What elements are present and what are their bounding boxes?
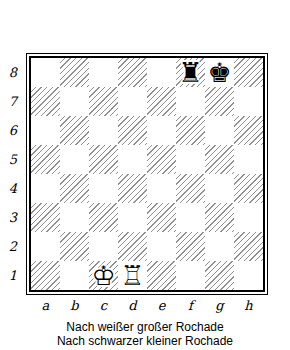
square-g4[interactable] — [205, 174, 234, 203]
square-f4[interactable] — [176, 174, 205, 203]
square-b2[interactable] — [60, 232, 89, 261]
square-b8[interactable] — [60, 58, 89, 87]
square-a2[interactable] — [31, 232, 60, 261]
rank-label-5: 5 — [0, 145, 26, 174]
square-c8[interactable] — [89, 58, 118, 87]
square-g6[interactable] — [205, 116, 234, 145]
square-d2[interactable] — [118, 232, 147, 261]
square-h5[interactable] — [234, 145, 263, 174]
square-f2[interactable] — [176, 232, 205, 261]
square-e8[interactable] — [147, 58, 176, 87]
board-inner-border: ♜♚♚♔♜♖ — [29, 56, 265, 292]
square-e1[interactable] — [147, 261, 176, 290]
square-a7[interactable] — [31, 87, 60, 116]
square-e4[interactable] — [147, 174, 176, 203]
file-label-d: d — [118, 298, 147, 313]
white-king: ♚♔ — [89, 261, 118, 290]
square-d3[interactable] — [118, 203, 147, 232]
square-b3[interactable] — [60, 203, 89, 232]
square-c7[interactable] — [89, 87, 118, 116]
rank-labels: 87654321 — [0, 53, 26, 290]
square-g5[interactable] — [205, 145, 234, 174]
square-b4[interactable] — [60, 174, 89, 203]
white-rook: ♜♖ — [118, 261, 147, 290]
rank-label-7: 7 — [0, 87, 26, 116]
rank-label-4: 4 — [0, 174, 26, 203]
square-b6[interactable] — [60, 116, 89, 145]
square-e7[interactable] — [147, 87, 176, 116]
caption: Nach weißer großer Rochade Nach schwarze… — [0, 320, 290, 348]
rank-label-8: 8 — [0, 58, 26, 87]
square-f5[interactable] — [176, 145, 205, 174]
square-f6[interactable] — [176, 116, 205, 145]
square-h2[interactable] — [234, 232, 263, 261]
white-king-glyph: ♔ — [91, 262, 115, 289]
square-h7[interactable] — [234, 87, 263, 116]
chess-diagram-page: 87654321 ♜♚♚♔♜♖ abcdefgh Nach weißer gro… — [0, 0, 290, 350]
file-label-a: a — [31, 298, 60, 313]
square-h3[interactable] — [234, 203, 263, 232]
board-frame: ♜♚♚♔♜♖ — [26, 53, 268, 295]
white-rook-glyph: ♖ — [120, 262, 144, 289]
square-d5[interactable] — [118, 145, 147, 174]
square-d4[interactable] — [118, 174, 147, 203]
square-a3[interactable] — [31, 203, 60, 232]
square-h8[interactable] — [234, 58, 263, 87]
square-f1[interactable] — [176, 261, 205, 290]
square-a1[interactable] — [31, 261, 60, 290]
square-c6[interactable] — [89, 116, 118, 145]
square-h4[interactable] — [234, 174, 263, 203]
square-a8[interactable] — [31, 58, 60, 87]
square-c3[interactable] — [89, 203, 118, 232]
rank-label-6: 6 — [0, 116, 26, 145]
square-g2[interactable] — [205, 232, 234, 261]
black-rook-glyph: ♜ — [178, 59, 202, 86]
square-a5[interactable] — [31, 145, 60, 174]
square-e5[interactable] — [147, 145, 176, 174]
square-c1[interactable]: ♚♔ — [89, 261, 118, 290]
square-a4[interactable] — [31, 174, 60, 203]
file-label-g: g — [205, 298, 234, 313]
square-d1[interactable]: ♜♖ — [118, 261, 147, 290]
caption-line-1: Nach weißer großer Rochade — [0, 320, 290, 334]
square-c2[interactable] — [89, 232, 118, 261]
square-f7[interactable] — [176, 87, 205, 116]
square-g3[interactable] — [205, 203, 234, 232]
file-label-f: f — [176, 298, 205, 313]
square-g1[interactable] — [205, 261, 234, 290]
chess-board: ♜♚♚♔♜♖ — [31, 58, 263, 290]
square-g7[interactable] — [205, 87, 234, 116]
square-e2[interactable] — [147, 232, 176, 261]
file-label-b: b — [60, 298, 89, 313]
square-f8[interactable]: ♜ — [176, 58, 205, 87]
square-g8[interactable]: ♚ — [205, 58, 234, 87]
square-a6[interactable] — [31, 116, 60, 145]
file-label-c: c — [89, 298, 118, 313]
square-f3[interactable] — [176, 203, 205, 232]
file-label-e: e — [147, 298, 176, 313]
square-c5[interactable] — [89, 145, 118, 174]
square-h6[interactable] — [234, 116, 263, 145]
black-rook: ♜ — [176, 58, 205, 87]
caption-line-2: Nach schwarzer kleiner Rochade — [0, 334, 290, 348]
square-d8[interactable] — [118, 58, 147, 87]
square-h1[interactable] — [234, 261, 263, 290]
file-label-h: h — [234, 298, 263, 313]
square-e3[interactable] — [147, 203, 176, 232]
square-c4[interactable] — [89, 174, 118, 203]
square-b7[interactable] — [60, 87, 89, 116]
square-b1[interactable] — [60, 261, 89, 290]
square-e6[interactable] — [147, 116, 176, 145]
square-d6[interactable] — [118, 116, 147, 145]
square-b5[interactable] — [60, 145, 89, 174]
rank-label-3: 3 — [0, 203, 26, 232]
rank-label-1: 1 — [0, 261, 26, 290]
file-labels: abcdefgh — [31, 298, 290, 313]
black-king-glyph: ♚ — [207, 59, 231, 86]
board-area: 87654321 ♜♚♚♔♜♖ — [0, 0, 290, 295]
black-king: ♚ — [205, 58, 234, 87]
square-d7[interactable] — [118, 87, 147, 116]
rank-label-2: 2 — [0, 232, 26, 261]
